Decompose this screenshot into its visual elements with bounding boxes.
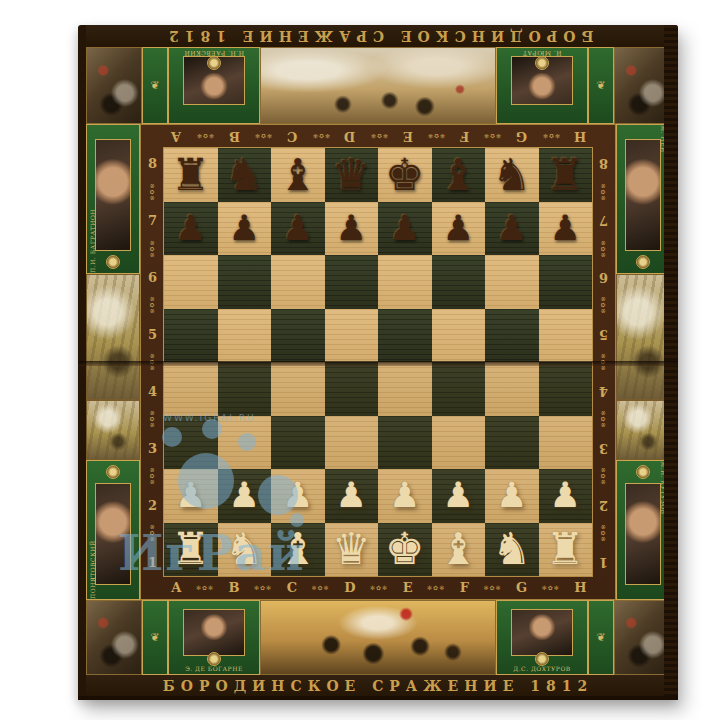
coordinate-ornament-icon: ✻✿✻ xyxy=(149,525,156,543)
board-fold-seam xyxy=(78,361,678,366)
coordinate-ornament-icon: ✻✿✻ xyxy=(196,584,214,591)
order-emblem-icon xyxy=(207,56,221,70)
square-g3[interactable] xyxy=(485,416,539,470)
square-d5[interactable] xyxy=(325,309,379,363)
black-rook-a8[interactable]: ♜ xyxy=(171,153,210,197)
coordinate-ornament-icon: ✻✿✻ xyxy=(254,133,272,140)
square-f1[interactable]: ♝ xyxy=(432,523,486,577)
portrait-panel-murat: И. МЮРАТ xyxy=(496,47,588,124)
ornament-panel-icon: ❦ xyxy=(142,600,168,675)
square-c6[interactable] xyxy=(271,255,325,309)
square-e3[interactable] xyxy=(378,416,432,470)
coordinate-ornament-icon: ✻✿✻ xyxy=(542,133,560,140)
square-g6[interactable] xyxy=(485,255,539,309)
file-label-top-F: F xyxy=(460,130,469,143)
order-emblem-icon xyxy=(535,56,549,70)
square-c2[interactable]: ♟ xyxy=(271,469,325,523)
title-band-bottom: БОРОДИНСКОЕ СРАЖЕНИЕ 1812 xyxy=(86,675,670,697)
coordinate-ornament-icon: ✻✿✻ xyxy=(196,133,214,140)
square-a1[interactable]: ♜ xyxy=(164,523,218,577)
square-g4[interactable] xyxy=(485,362,539,416)
black-pawn-d7[interactable]: ♟ xyxy=(336,211,367,246)
square-e7[interactable]: ♟ xyxy=(378,202,432,256)
square-a2[interactable]: ♟ xyxy=(164,469,218,523)
battle-painting-left-upper xyxy=(86,274,140,400)
ornament-panel-icon: ❦ xyxy=(588,47,614,124)
coordinate-ornament-icon: ✻✿✻ xyxy=(427,584,445,591)
portrait-panel-raevsky: Н.Н. РАЕВСКИЙ xyxy=(168,47,260,124)
coordinate-ornament-icon: ✻✿✻ xyxy=(427,133,445,140)
square-a7[interactable]: ♟ xyxy=(164,202,218,256)
battle-painting-bottom xyxy=(260,600,496,675)
square-h4[interactable] xyxy=(539,362,593,416)
square-d1[interactable]: ♛ xyxy=(325,523,379,577)
rank-label-left-1: 1 xyxy=(148,556,157,569)
file-label-bottom-B: B xyxy=(229,581,240,594)
black-knight-g8[interactable]: ♞ xyxy=(492,153,531,197)
coordinate-ornament-icon: ✻✿✻ xyxy=(483,584,501,591)
rank-label-left-6: 6 xyxy=(148,271,157,284)
rank-label-left-7: 7 xyxy=(148,214,157,227)
square-b1[interactable]: ♞ xyxy=(218,523,272,577)
portrait-panel-beauharnais: Э. ДЕ БОГАРНЕ xyxy=(168,600,260,675)
white-pawn-g2[interactable]: ♟ xyxy=(496,478,527,513)
file-label-top-H: H xyxy=(574,130,586,143)
square-h2[interactable]: ♟ xyxy=(539,469,593,523)
corner-painting-top-left xyxy=(86,47,142,124)
coordinate-ornament-icon: ✻✿✻ xyxy=(312,133,330,140)
file-label-top-E: E xyxy=(403,130,413,143)
square-h7[interactable]: ♟ xyxy=(539,202,593,256)
file-label-top-B: B xyxy=(229,130,240,143)
square-h8[interactable]: ♜ xyxy=(539,148,593,202)
rank-label-right-7: 7 xyxy=(599,214,608,227)
white-bishop-c1[interactable]: ♝ xyxy=(278,527,317,571)
rank-label-right-3: 3 xyxy=(599,442,608,455)
white-rook-h1[interactable]: ♜ xyxy=(546,527,585,571)
square-a5[interactable] xyxy=(164,309,218,363)
ornament-panel-icon: ❦ xyxy=(588,600,614,675)
portrait-label: ПОНЯТОВСКИЙ xyxy=(89,461,96,599)
square-b4[interactable] xyxy=(218,362,272,416)
coordinate-ornament-icon: ✻✿✻ xyxy=(600,411,607,429)
square-d4[interactable] xyxy=(325,362,379,416)
order-emblem-icon xyxy=(636,465,650,479)
order-emblem-icon xyxy=(106,465,120,479)
square-a8[interactable]: ♜ xyxy=(164,148,218,202)
square-d2[interactable]: ♟ xyxy=(325,469,379,523)
battle-painting-top xyxy=(260,47,496,124)
ornament-panel-icon: ❦ xyxy=(142,47,168,124)
white-knight-b1[interactable]: ♞ xyxy=(225,527,264,571)
file-label-bottom-G: G xyxy=(516,581,527,594)
black-rook-h8[interactable]: ♜ xyxy=(546,153,585,197)
white-pawn-d2[interactable]: ♟ xyxy=(336,478,367,513)
coordinate-ornament-icon: ✻✿✻ xyxy=(542,584,560,591)
square-b6[interactable] xyxy=(218,255,272,309)
file-label-bottom-D: D xyxy=(344,581,355,594)
file-label-bottom-A: A xyxy=(171,581,181,594)
portrait-image xyxy=(625,483,661,585)
white-bishop-f1[interactable]: ♝ xyxy=(439,527,478,571)
square-f7[interactable]: ♟ xyxy=(432,202,486,256)
square-a3[interactable] xyxy=(164,416,218,470)
square-b8[interactable]: ♞ xyxy=(218,148,272,202)
white-pawn-b2[interactable]: ♟ xyxy=(229,478,260,513)
rank-label-left-3: 3 xyxy=(148,442,157,455)
battle-painting-right-lower xyxy=(616,400,670,460)
board-title-bottom: БОРОДИНСКОЕ СРАЖЕНИЕ 1812 xyxy=(163,678,593,694)
square-g7[interactable]: ♟ xyxy=(485,202,539,256)
file-labels-bottom: A✻✿✻B✻✿✻C✻✿✻D✻✿✻E✻✿✻F✻✿✻G✻✿✻H xyxy=(164,576,594,599)
file-label-bottom-F: F xyxy=(460,581,469,594)
order-emblem-icon xyxy=(535,652,549,666)
portrait-image xyxy=(183,609,245,656)
black-bishop-f8[interactable]: ♝ xyxy=(439,153,478,197)
square-c4[interactable] xyxy=(271,362,325,416)
battle-painting-left-lower xyxy=(86,400,140,460)
black-pawn-e7[interactable]: ♟ xyxy=(389,211,420,246)
square-h3[interactable] xyxy=(539,416,593,470)
square-d7[interactable]: ♟ xyxy=(325,202,379,256)
square-h5[interactable] xyxy=(539,309,593,363)
square-a6[interactable] xyxy=(164,255,218,309)
square-e1[interactable]: ♚ xyxy=(378,523,432,577)
white-rook-a1[interactable]: ♜ xyxy=(171,527,210,571)
white-knight-g1[interactable]: ♞ xyxy=(492,527,531,571)
square-f4[interactable] xyxy=(432,362,486,416)
title-band-top: БОРОДИНСКОЕ СРАЖЕНИЕ 1812 xyxy=(86,25,670,47)
coordinate-ornament-icon: ✻✿✻ xyxy=(149,183,156,201)
black-pawn-g7[interactable]: ♟ xyxy=(496,211,527,246)
square-e8[interactable]: ♚ xyxy=(378,148,432,202)
square-f2[interactable]: ♟ xyxy=(432,469,486,523)
coordinate-ornament-icon: ✻✿✻ xyxy=(600,297,607,315)
square-c3[interactable] xyxy=(271,416,325,470)
file-label-top-C: C xyxy=(287,130,297,143)
square-e2[interactable]: ♟ xyxy=(378,469,432,523)
coordinate-ornament-icon: ✻✿✻ xyxy=(600,525,607,543)
rank-label-right-8: 8 xyxy=(599,157,608,170)
square-d8[interactable]: ♛ xyxy=(325,148,379,202)
black-pawn-c7[interactable]: ♟ xyxy=(282,211,313,246)
white-king-e1[interactable]: ♚ xyxy=(385,527,424,571)
square-e6[interactable] xyxy=(378,255,432,309)
black-pawn-b7[interactable]: ♟ xyxy=(229,211,260,246)
square-a4[interactable] xyxy=(164,362,218,416)
rank-label-right-5: 5 xyxy=(599,328,608,341)
square-b7[interactable]: ♟ xyxy=(218,202,272,256)
portrait-panel-bagration: П.И. БАГРАТИОН xyxy=(86,124,140,274)
rank-label-left-4: 4 xyxy=(148,385,157,398)
square-b3[interactable] xyxy=(218,416,272,470)
square-h1[interactable]: ♜ xyxy=(539,523,593,577)
rank-label-right-4: 4 xyxy=(599,385,608,398)
rank-label-right-1: 1 xyxy=(599,556,608,569)
square-g2[interactable]: ♟ xyxy=(485,469,539,523)
black-king-e8[interactable]: ♚ xyxy=(385,153,424,197)
coordinate-ornament-icon: ✻✿✻ xyxy=(370,584,388,591)
square-c7[interactable]: ♟ xyxy=(271,202,325,256)
square-f5[interactable] xyxy=(432,309,486,363)
white-pawn-e2[interactable]: ♟ xyxy=(389,478,420,513)
chess-board: БОРОДИНСКОЕ СРАЖЕНИЕ 1812 ❦ Н.Н. РАЕВСКИ… xyxy=(78,25,678,700)
coordinate-ornament-icon: ✻✿✻ xyxy=(600,183,607,201)
coordinate-ornament-icon: ✻✿✻ xyxy=(149,411,156,429)
order-emblem-icon xyxy=(106,255,120,269)
rank-label-right-6: 6 xyxy=(599,271,608,284)
portrait-panel-ney: М. НЕЙ xyxy=(616,124,670,274)
coordinate-ornament-icon: ✻✿✻ xyxy=(600,468,607,486)
black-bishop-c8[interactable]: ♝ xyxy=(278,153,317,197)
portrait-panel-dokhturov: Д.С. ДОХТУРОВ xyxy=(496,600,588,675)
corner-painting-top-right xyxy=(614,47,670,124)
square-d3[interactable] xyxy=(325,416,379,470)
portrait-image xyxy=(95,139,131,251)
square-f6[interactable] xyxy=(432,255,486,309)
order-emblem-icon xyxy=(636,255,650,269)
black-queen-d8[interactable]: ♛ xyxy=(332,153,371,197)
square-c5[interactable] xyxy=(271,309,325,363)
square-b5[interactable] xyxy=(218,309,272,363)
portrait-label: Д.С. ДОХТУРОВ xyxy=(497,665,587,672)
square-f3[interactable] xyxy=(432,416,486,470)
frame-band-top: ❦ Н.Н. РАЕВСКИЙ И. МЮРАТ ❦ xyxy=(86,47,670,124)
coordinate-ornament-icon: ✻✿✻ xyxy=(483,133,501,140)
portrait-panel-kutuzov: М.И. КУТУЗОВ xyxy=(616,460,670,600)
file-label-bottom-H: H xyxy=(574,581,586,594)
white-pawn-a2[interactable]: ♟ xyxy=(175,478,206,513)
coordinate-ornament-icon: ✻✿✻ xyxy=(149,240,156,258)
square-h6[interactable] xyxy=(539,255,593,309)
file-labels-top: A✻✿✻B✻✿✻C✻✿✻D✻✿✻E✻✿✻F✻✿✻G✻✿✻H xyxy=(164,125,594,148)
portrait-image xyxy=(95,483,131,585)
rank-label-left-5: 5 xyxy=(148,328,157,341)
file-label-top-G: G xyxy=(516,130,527,143)
order-emblem-icon xyxy=(207,652,221,666)
square-g8[interactable]: ♞ xyxy=(485,148,539,202)
square-d6[interactable] xyxy=(325,255,379,309)
corner-painting-bottom-left xyxy=(86,600,142,675)
white-pawn-f2[interactable]: ♟ xyxy=(443,478,474,513)
square-g1[interactable]: ♞ xyxy=(485,523,539,577)
portrait-label: Э. ДЕ БОГАРНЕ xyxy=(169,665,259,672)
black-pawn-h7[interactable]: ♟ xyxy=(550,211,581,246)
file-label-bottom-E: E xyxy=(403,581,413,594)
white-pawn-h2[interactable]: ♟ xyxy=(550,478,581,513)
square-g5[interactable] xyxy=(485,309,539,363)
rank-label-left-8: 8 xyxy=(148,157,157,170)
coordinate-ornament-icon: ✻✿✻ xyxy=(370,133,388,140)
black-knight-b8[interactable]: ♞ xyxy=(225,153,264,197)
square-b2[interactable]: ♟ xyxy=(218,469,272,523)
board-title-top: БОРОДИНСКОЕ СРАЖЕНИЕ 1812 xyxy=(163,28,593,44)
rank-label-right-2: 2 xyxy=(599,499,608,512)
rank-label-left-2: 2 xyxy=(148,499,157,512)
coordinate-ornament-icon: ✻✿✻ xyxy=(312,584,330,591)
portrait-image xyxy=(511,609,573,656)
box-bottom-edge xyxy=(78,696,678,700)
square-f8[interactable]: ♝ xyxy=(432,148,486,202)
coordinate-ornament-icon: ✻✿✻ xyxy=(149,297,156,315)
coordinate-ornament-icon: ✻✿✻ xyxy=(600,240,607,258)
corner-painting-bottom-right xyxy=(614,600,670,675)
frame-band-bottom: ❦ Э. ДЕ БОГАРНЕ Д.С. ДОХТУРОВ ❦ xyxy=(86,600,670,675)
file-label-top-D: D xyxy=(344,130,355,143)
square-e4[interactable] xyxy=(378,362,432,416)
file-label-bottom-C: C xyxy=(287,581,297,594)
square-c8[interactable]: ♝ xyxy=(271,148,325,202)
portrait-label: П.И. БАГРАТИОН xyxy=(89,125,96,273)
black-pawn-a7[interactable]: ♟ xyxy=(175,211,206,246)
coordinate-ornament-icon: ✻✿✻ xyxy=(254,584,272,591)
white-queen-d1[interactable]: ♛ xyxy=(332,527,371,571)
square-e5[interactable] xyxy=(378,309,432,363)
coordinate-ornament-icon: ✻✿✻ xyxy=(149,468,156,486)
battle-painting-right-upper xyxy=(616,274,670,400)
portrait-panel-poniatowski: ПОНЯТОВСКИЙ xyxy=(86,460,140,600)
white-pawn-c2[interactable]: ♟ xyxy=(282,478,313,513)
black-pawn-f7[interactable]: ♟ xyxy=(443,211,474,246)
portrait-image xyxy=(625,139,661,251)
file-label-top-A: A xyxy=(171,130,181,143)
square-c1[interactable]: ♝ xyxy=(271,523,325,577)
